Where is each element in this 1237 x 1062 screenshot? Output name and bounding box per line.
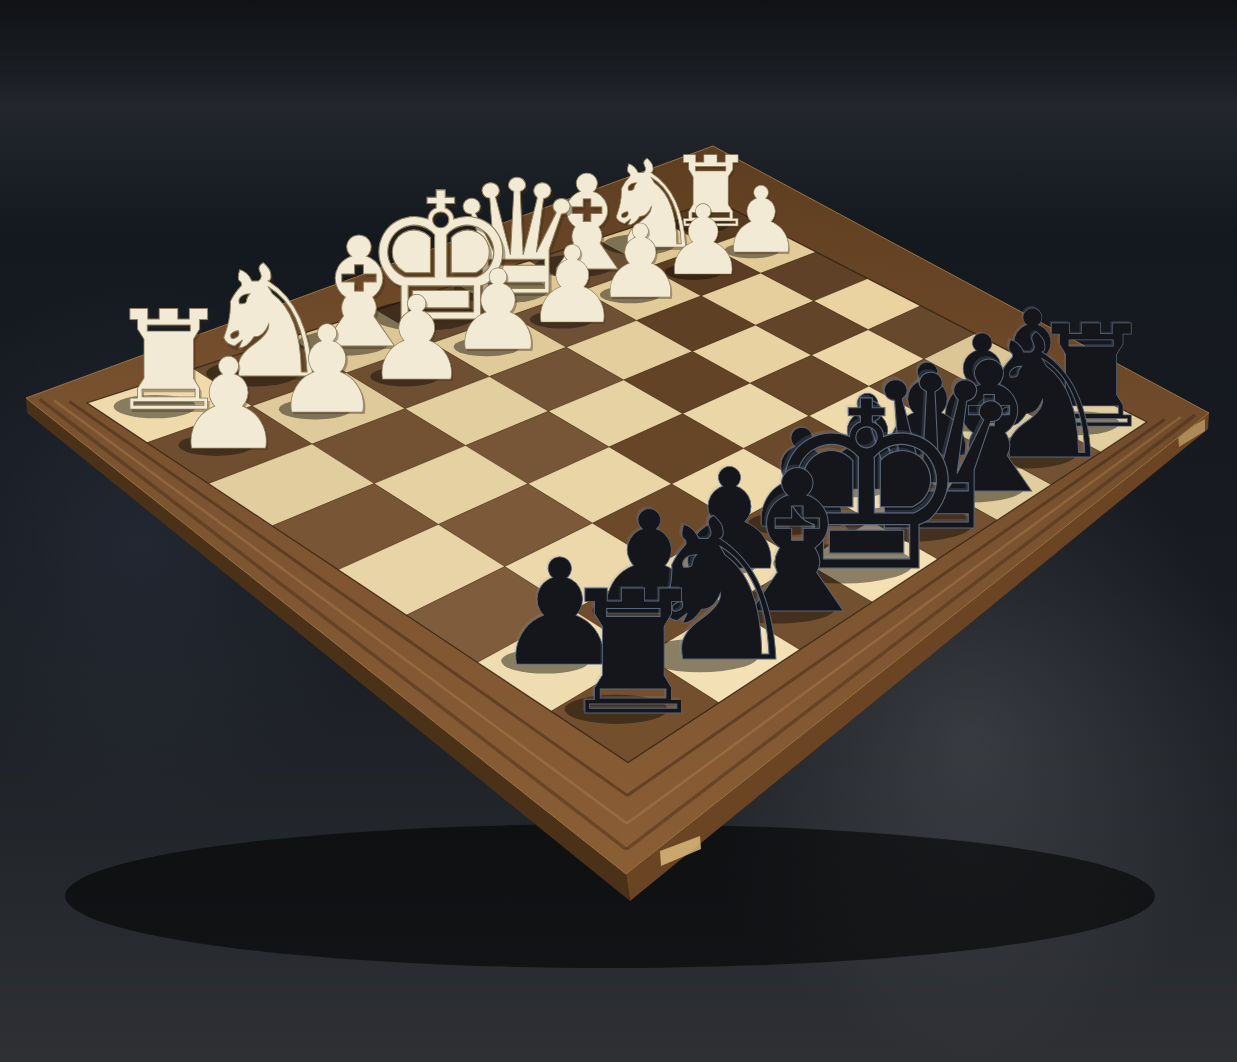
piece-black-rook-h8[interactable]: ♜♜ [554, 552, 710, 753]
piece-white-pawn-g2[interactable]: ♟♟ [273, 300, 383, 443]
chessboard-photo: ♜♜♞♞♟♟♝♝♟♟♛♛♟♟♚♚♟♟♝♝♟♟♞♞♟♟♟♟♜♜♟♟♟♟♜♜♟♟♟♟… [0, 0, 1237, 1062]
piece-white-pawn-h2[interactable]: ♟♟ [172, 331, 287, 481]
piece-glyph-♙: ♟ [172, 331, 285, 478]
backdrop-fold [0, 0, 1237, 70]
scene-svg: ♜♜♞♞♟♟♝♝♟♟♛♛♟♟♚♚♟♟♝♝♟♟♞♞♟♟♟♟♜♜♟♟♟♟♜♜♟♟♟♟… [0, 0, 1237, 1062]
piece-glyph-♜: ♜ [556, 554, 710, 753]
piece-glyph-♙: ♟ [273, 300, 381, 441]
